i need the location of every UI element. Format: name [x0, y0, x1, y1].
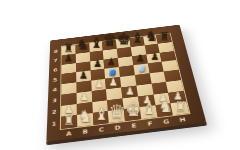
square-c3[interactable]	[91, 89, 107, 102]
square-d3[interactable]	[106, 87, 122, 100]
white-king-piece[interactable]: ♚	[125, 101, 141, 120]
black-knight-piece[interactable]: ♞	[144, 30, 158, 44]
square-c1[interactable]: ♝	[92, 111, 109, 125]
white-bishop-piece[interactable]: ♝	[141, 101, 157, 117]
square-a1[interactable]: ♜	[61, 115, 77, 129]
square-g1[interactable]: ♞	[155, 104, 173, 118]
black-pawn-piece[interactable]: ♟	[90, 59, 104, 69]
chess-set-product-photo: { "game": "chess", "scene": "wooden trav…	[0, 0, 240, 150]
square-d1[interactable]: ♛	[108, 109, 125, 123]
file-label-g: G	[157, 115, 175, 128]
square-b1[interactable]: ♞	[77, 113, 93, 127]
black-king-piece[interactable]: ♚	[117, 31, 131, 47]
black-knight-piece[interactable]: ♞	[75, 38, 89, 52]
file-label-f: F	[141, 117, 159, 130]
square-e1[interactable]: ♚	[124, 107, 141, 121]
black-pawn-piece[interactable]: ♟	[133, 54, 147, 64]
black-bishop-piece[interactable]: ♝	[130, 31, 144, 45]
chess-board: 87654321 ABCDEFGH ♜♞♝♛♚♝♞♜♟♟♟♟♟♟♟♟♟♟♟♟♟♟…	[46, 25, 206, 142]
rank-labels: 87654321	[47, 47, 62, 131]
black-rook-piece[interactable]: ♜	[158, 31, 172, 42]
square-a6[interactable]	[62, 63, 76, 74]
square-f6[interactable]: ♟	[132, 54, 148, 65]
square-e5[interactable]	[119, 65, 135, 77]
black-pawn-piece[interactable]: ♟	[62, 54, 76, 64]
white-bishop-piece[interactable]: ♝	[93, 107, 109, 123]
white-knight-piece[interactable]: ♞	[77, 109, 93, 125]
square-c6[interactable]: ♟	[90, 59, 105, 70]
white-pawn-piece[interactable]: ♟	[91, 79, 106, 89]
black-pawn-piece[interactable]: ♟	[104, 58, 118, 68]
white-pawn-piece[interactable]: ♟	[106, 77, 121, 87]
square-f1[interactable]: ♝	[139, 105, 157, 119]
rank-label-1: 1	[47, 117, 61, 131]
black-queen-piece[interactable]: ♛	[103, 33, 117, 49]
white-pawn-piece[interactable]: ♟	[122, 86, 137, 96]
square-h5[interactable]	[162, 60, 179, 71]
square-a7[interactable]: ♟	[62, 54, 76, 65]
file-label-e: E	[125, 119, 143, 132]
white-rook-piece[interactable]: ♜	[61, 114, 77, 127]
white-pawn-piece[interactable]: ♟	[76, 92, 91, 102]
file-label-d: D	[109, 121, 126, 134]
black-bishop-piece[interactable]: ♝	[89, 37, 103, 51]
blue-bead-marker-1[interactable]	[109, 69, 116, 76]
file-label-c: C	[93, 123, 110, 136]
square-e6[interactable]	[118, 56, 133, 67]
board-squares: ♜♞♝♛♚♝♞♜♟♟♟♟♟♟♟♟♟♟♟♟♟♟♜♞♝♛♚♝♞♜	[61, 33, 189, 129]
photo-scene: 87654321 ABCDEFGH ♜♞♝♛♚♝♞♜♟♟♟♟♟♟♟♟♟♟♟♟♟♟…	[44, 5, 196, 150]
file-label-a: A	[61, 127, 77, 140]
blue-bead-marker-2[interactable]	[138, 65, 145, 72]
white-knight-piece[interactable]: ♞	[157, 99, 173, 115]
square-h1[interactable]: ♜	[171, 102, 190, 116]
file-label-h: H	[173, 113, 192, 126]
white-rook-piece[interactable]: ♜	[173, 100, 189, 113]
file-label-b: B	[77, 125, 94, 138]
black-pawn-piece[interactable]: ♟	[76, 71, 91, 81]
square-a5[interactable]	[61, 72, 76, 84]
black-pawn-piece[interactable]: ♟	[147, 52, 161, 62]
white-queen-piece[interactable]: ♛	[109, 103, 125, 122]
